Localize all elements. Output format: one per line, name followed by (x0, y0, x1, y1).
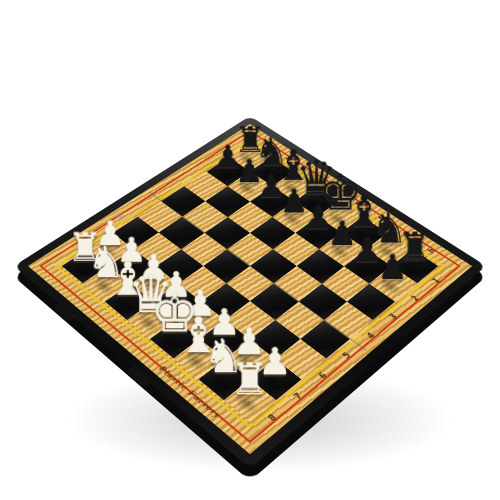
rank-label: 4 (362, 329, 380, 343)
rank-label: 6 (314, 369, 333, 384)
rank-label: 5 (339, 349, 357, 363)
piece-glyph: ♟ (360, 249, 427, 284)
rank-label: 1 (429, 275, 446, 288)
rank-label: 2 (407, 292, 424, 305)
product-photo-scene: ♜♞♝♛♚♝♞♜♟♟♟♟♟♟♟♟♟♟♟♟♟♟♟♟♜♞♝♛♚♝♞♜ abcdefg… (0, 0, 500, 500)
rank-label: 8 (263, 411, 282, 427)
rank-label: 3 (385, 311, 403, 325)
piece-glyph: ♜ (213, 357, 287, 401)
rank-label: 7 (289, 389, 308, 404)
